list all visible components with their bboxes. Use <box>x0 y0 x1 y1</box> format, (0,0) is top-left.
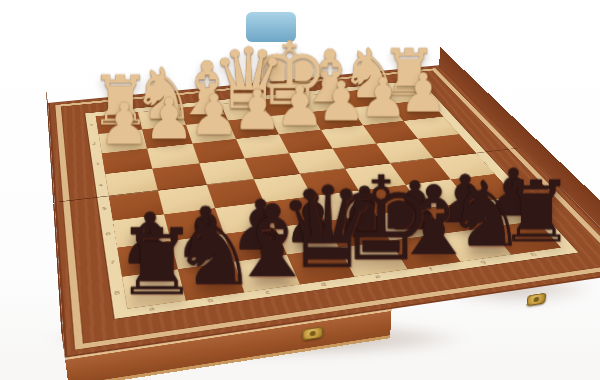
square-a8: ♜ <box>96 112 143 134</box>
brass-clasp <box>527 292 547 306</box>
square-g2: ♟ <box>422 202 489 234</box>
product-photo: ♜♞♝♛♚♝♞♜♟♟♟♟♟♟♟♟♟♟♟♟♟♟♟♟♜♞♝♛♚♝♞♜ abcdefg… <box>0 0 600 380</box>
brass-clasp <box>303 326 324 340</box>
chess-board: ♜♞♝♛♚♝♞♜♟♟♟♟♟♟♟♟♟♟♟♟♟♟♟♟♜♞♝♛♚♝♞♜ abcdefg… <box>48 65 600 357</box>
scene: ♜♞♝♛♚♝♞♜♟♟♟♟♟♟♟♟♟♟♟♟♟♟♟♟♜♞♝♛♚♝♞♜ abcdefg… <box>0 0 600 380</box>
